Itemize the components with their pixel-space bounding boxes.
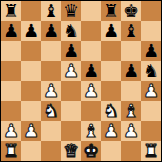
square-e3[interactable] xyxy=(81,101,101,121)
black-bishop-piece[interactable]: ♝ xyxy=(123,21,139,41)
white-pawn-piece[interactable]: ♟ xyxy=(3,121,19,141)
square-h7[interactable] xyxy=(141,21,161,41)
square-d1[interactable]: ♛ xyxy=(61,141,81,161)
square-e8[interactable] xyxy=(81,1,101,21)
black-knight-piece[interactable]: ♞ xyxy=(143,61,159,81)
black-pawn-piece[interactable]: ♟ xyxy=(123,61,139,81)
square-g6[interactable] xyxy=(121,41,141,61)
square-g3[interactable]: ♝ xyxy=(121,101,141,121)
square-b5[interactable] xyxy=(21,61,41,81)
square-d5[interactable]: ♟ xyxy=(61,61,81,81)
white-bishop-piece[interactable]: ♝ xyxy=(123,101,139,121)
white-pawn-piece[interactable]: ♟ xyxy=(103,121,119,141)
square-a6[interactable] xyxy=(1,41,21,61)
square-f8[interactable]: ♜ xyxy=(101,1,121,21)
white-pawn-piece[interactable]: ♟ xyxy=(23,121,39,141)
black-queen-piece[interactable]: ♛ xyxy=(63,1,79,21)
square-h8[interactable] xyxy=(141,1,161,21)
square-g1[interactable] xyxy=(121,141,141,161)
square-e2[interactable]: ♝ xyxy=(81,121,101,141)
chess-board-container: ♜♝♛♜♚♟♟♟♞♟♝♟♟♟♟♟♞♟♟♟♞♞♝♟♟♝♟♟♜♛♚♜ xyxy=(0,0,162,162)
square-g8[interactable]: ♚ xyxy=(121,1,141,21)
square-f1[interactable] xyxy=(101,141,121,161)
square-f2[interactable]: ♟ xyxy=(101,121,121,141)
black-pawn-piece[interactable]: ♟ xyxy=(103,21,119,41)
square-a3[interactable] xyxy=(1,101,21,121)
square-b1[interactable] xyxy=(21,141,41,161)
black-rook-piece[interactable]: ♜ xyxy=(3,1,19,21)
white-pawn-piece[interactable]: ♟ xyxy=(43,81,59,101)
white-bishop-piece[interactable]: ♝ xyxy=(83,121,99,141)
white-king-piece[interactable]: ♚ xyxy=(83,141,99,161)
square-h5[interactable]: ♞ xyxy=(141,61,161,81)
white-rook-piece[interactable]: ♜ xyxy=(143,141,159,161)
square-d7[interactable]: ♞ xyxy=(61,21,81,41)
square-b3[interactable] xyxy=(21,101,41,121)
square-e1[interactable]: ♚ xyxy=(81,141,101,161)
square-c3[interactable]: ♞ xyxy=(41,101,61,121)
square-d4[interactable] xyxy=(61,81,81,101)
square-e7[interactable] xyxy=(81,21,101,41)
square-g4[interactable] xyxy=(121,81,141,101)
square-e4[interactable]: ♟ xyxy=(81,81,101,101)
square-f5[interactable] xyxy=(101,61,121,81)
square-e5[interactable]: ♟ xyxy=(81,61,101,81)
square-c1[interactable] xyxy=(41,141,61,161)
square-d8[interactable]: ♛ xyxy=(61,1,81,21)
square-d3[interactable] xyxy=(61,101,81,121)
square-c5[interactable] xyxy=(41,61,61,81)
black-bishop-piece[interactable]: ♝ xyxy=(43,1,59,21)
white-rook-piece[interactable]: ♜ xyxy=(3,141,19,161)
black-rook-piece[interactable]: ♜ xyxy=(103,1,119,21)
square-a8[interactable]: ♜ xyxy=(1,1,21,21)
black-pawn-piece[interactable]: ♟ xyxy=(63,41,79,61)
square-e6[interactable] xyxy=(81,41,101,61)
square-a5[interactable] xyxy=(1,61,21,81)
black-king-piece[interactable]: ♚ xyxy=(123,1,139,21)
square-f6[interactable] xyxy=(101,41,121,61)
square-h1[interactable]: ♜ xyxy=(141,141,161,161)
square-c8[interactable]: ♝ xyxy=(41,1,61,21)
white-pawn-piece[interactable]: ♟ xyxy=(143,81,159,101)
square-h2[interactable] xyxy=(141,121,161,141)
white-queen-piece[interactable]: ♛ xyxy=(63,141,79,161)
square-c7[interactable]: ♟ xyxy=(41,21,61,41)
square-f4[interactable] xyxy=(101,81,121,101)
square-c4[interactable]: ♟ xyxy=(41,81,61,101)
square-a4[interactable] xyxy=(1,81,21,101)
square-d2[interactable] xyxy=(61,121,81,141)
square-d6[interactable]: ♟ xyxy=(61,41,81,61)
square-b2[interactable]: ♟ xyxy=(21,121,41,141)
square-b8[interactable] xyxy=(21,1,41,21)
white-pawn-piece[interactable]: ♟ xyxy=(63,61,79,81)
square-g7[interactable]: ♝ xyxy=(121,21,141,41)
square-b7[interactable]: ♟ xyxy=(21,21,41,41)
square-h3[interactable] xyxy=(141,101,161,121)
square-g2[interactable]: ♟ xyxy=(121,121,141,141)
black-pawn-piece[interactable]: ♟ xyxy=(143,41,159,61)
white-pawn-piece[interactable]: ♟ xyxy=(123,121,139,141)
white-pawn-piece[interactable]: ♟ xyxy=(83,81,99,101)
square-c2[interactable] xyxy=(41,121,61,141)
square-f7[interactable]: ♟ xyxy=(101,21,121,41)
black-knight-piece[interactable]: ♞ xyxy=(63,21,79,41)
square-f3[interactable]: ♞ xyxy=(101,101,121,121)
square-a7[interactable]: ♟ xyxy=(1,21,21,41)
white-knight-piece[interactable]: ♞ xyxy=(103,101,119,121)
square-a2[interactable]: ♟ xyxy=(1,121,21,141)
black-pawn-piece[interactable]: ♟ xyxy=(43,21,59,41)
square-a1[interactable]: ♜ xyxy=(1,141,21,161)
chess-board: ♜♝♛♜♚♟♟♟♞♟♝♟♟♟♟♟♞♟♟♟♞♞♝♟♟♝♟♟♜♛♚♜ xyxy=(0,0,162,162)
black-pawn-piece[interactable]: ♟ xyxy=(3,21,19,41)
square-h6[interactable]: ♟ xyxy=(141,41,161,61)
black-pawn-piece[interactable]: ♟ xyxy=(83,61,99,81)
square-b6[interactable] xyxy=(21,41,41,61)
square-b4[interactable] xyxy=(21,81,41,101)
square-g5[interactable]: ♟ xyxy=(121,61,141,81)
square-c6[interactable] xyxy=(41,41,61,61)
white-knight-piece[interactable]: ♞ xyxy=(43,101,59,121)
black-pawn-piece[interactable]: ♟ xyxy=(23,21,39,41)
square-h4[interactable]: ♟ xyxy=(141,81,161,101)
